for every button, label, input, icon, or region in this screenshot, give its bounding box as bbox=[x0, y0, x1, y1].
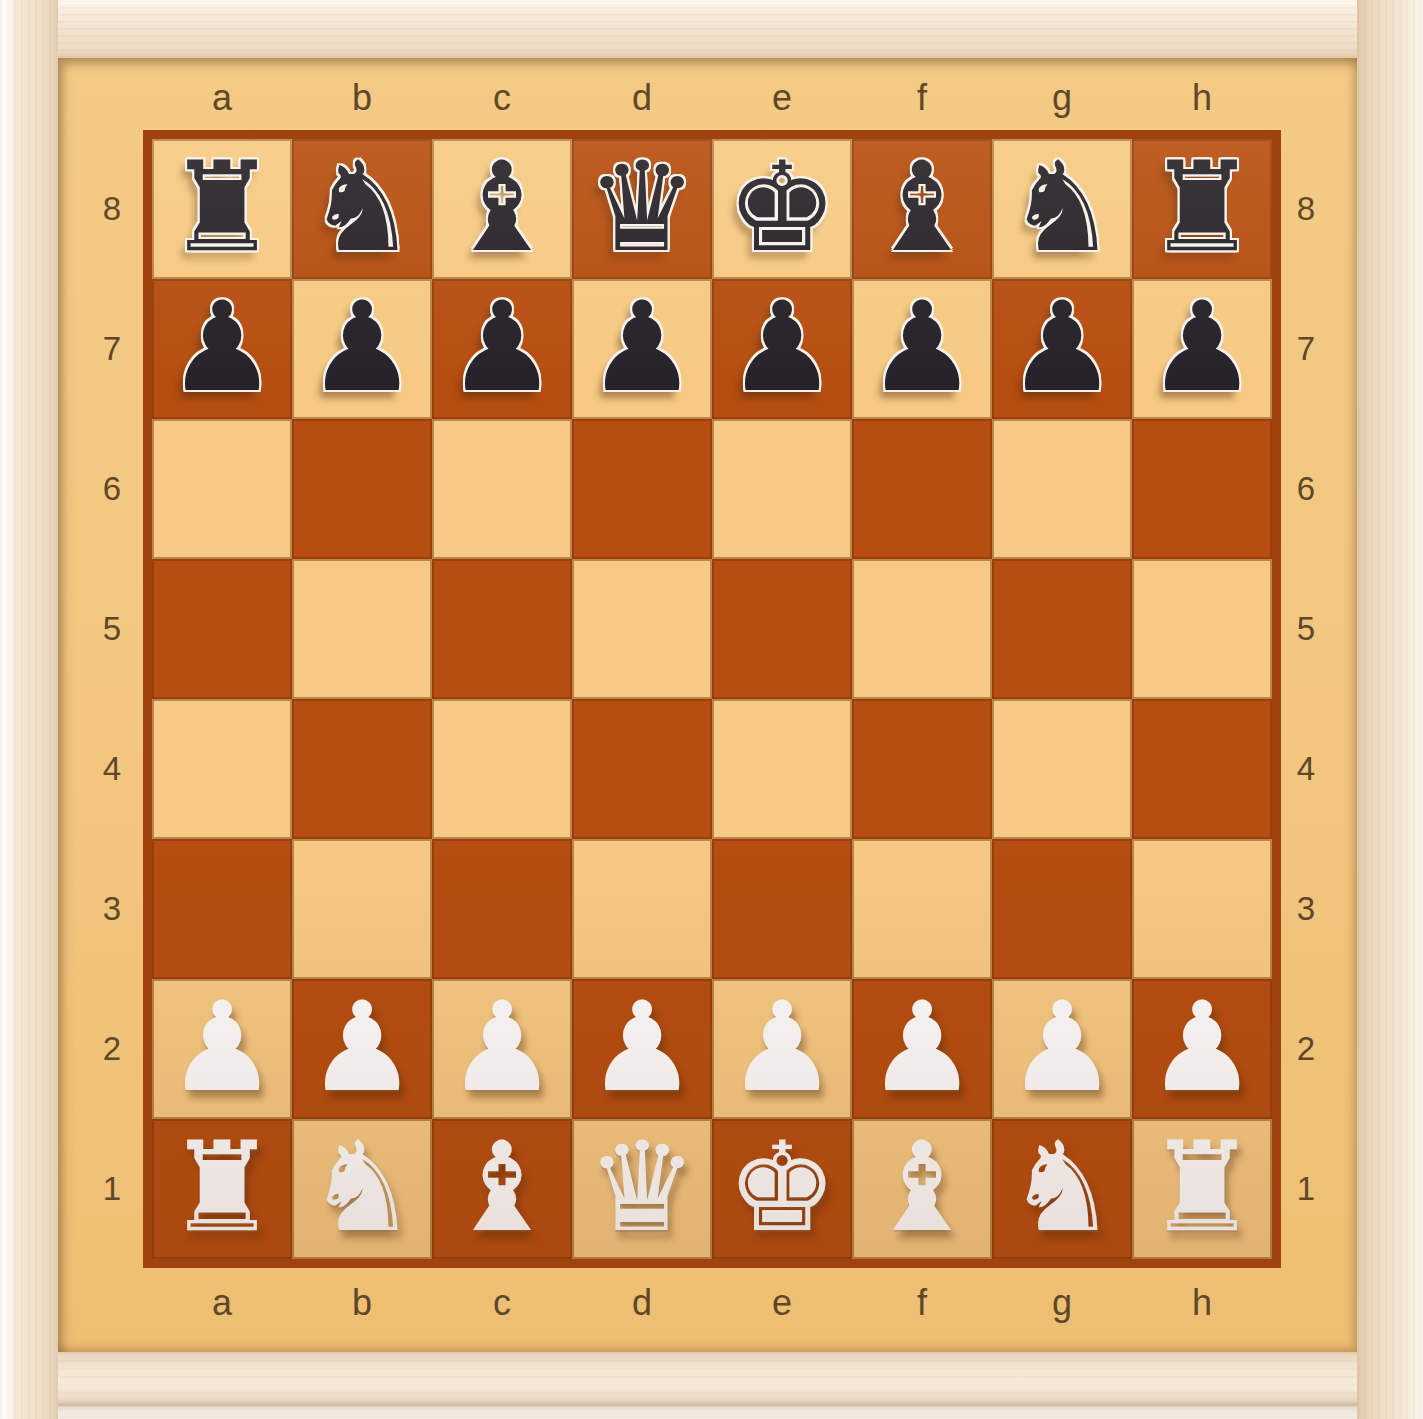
square-h7[interactable]: ♟ bbox=[1132, 279, 1272, 419]
file-labels-bottom: abcdefgh bbox=[152, 1281, 1272, 1325]
square-a7[interactable]: ♟ bbox=[152, 279, 292, 419]
rank-label-2: 2 bbox=[1284, 979, 1328, 1119]
black-bishop-f8[interactable]: ♝ bbox=[866, 145, 977, 269]
black-king-e8[interactable]: ♚ bbox=[726, 145, 837, 269]
file-label-c: c bbox=[432, 1281, 572, 1325]
black-pawn-g7[interactable]: ♟ bbox=[1006, 285, 1117, 409]
rank-labels-left: 87654321 bbox=[90, 139, 134, 1259]
rank-label-5: 5 bbox=[1284, 559, 1328, 699]
black-pawn-d7[interactable]: ♟ bbox=[586, 285, 697, 409]
square-c3[interactable] bbox=[432, 839, 572, 979]
square-e5[interactable] bbox=[712, 559, 852, 699]
square-b7[interactable]: ♟ bbox=[292, 279, 432, 419]
square-h8[interactable]: ♜ bbox=[1132, 139, 1272, 279]
square-d2[interactable]: ♟ bbox=[572, 979, 712, 1119]
black-pawn-f7[interactable]: ♟ bbox=[866, 285, 977, 409]
square-g2[interactable]: ♟ bbox=[992, 979, 1132, 1119]
black-queen-d8[interactable]: ♛ bbox=[586, 145, 697, 269]
square-g3[interactable] bbox=[992, 839, 1132, 979]
square-h5[interactable] bbox=[1132, 559, 1272, 699]
square-f6[interactable] bbox=[852, 419, 992, 559]
file-label-f: f bbox=[852, 1281, 992, 1325]
white-knight-b1[interactable]: ♞ bbox=[306, 1125, 417, 1249]
white-pawn-h2[interactable]: ♟ bbox=[1146, 985, 1257, 1109]
white-king-e1[interactable]: ♚ bbox=[726, 1125, 837, 1249]
rank-label-6: 6 bbox=[90, 419, 134, 559]
file-label-d: d bbox=[572, 1281, 712, 1325]
square-g6[interactable] bbox=[992, 419, 1132, 559]
black-pawn-a7[interactable]: ♟ bbox=[166, 285, 277, 409]
square-c8[interactable]: ♝ bbox=[432, 139, 572, 279]
rank-labels-right: 87654321 bbox=[1284, 139, 1328, 1259]
square-g5[interactable] bbox=[992, 559, 1132, 699]
square-f2[interactable]: ♟ bbox=[852, 979, 992, 1119]
square-c4[interactable] bbox=[432, 699, 572, 839]
file-label-h: h bbox=[1132, 76, 1272, 120]
rank-label-3: 3 bbox=[90, 839, 134, 979]
square-b2[interactable]: ♟ bbox=[292, 979, 432, 1119]
white-pawn-f2[interactable]: ♟ bbox=[866, 985, 977, 1109]
file-label-a: a bbox=[152, 1281, 292, 1325]
square-g4[interactable] bbox=[992, 699, 1132, 839]
file-label-a: a bbox=[152, 76, 292, 120]
rank-label-2: 2 bbox=[90, 979, 134, 1119]
black-rook-a8[interactable]: ♜ bbox=[166, 145, 277, 269]
white-pawn-a2[interactable]: ♟ bbox=[166, 985, 277, 1109]
wooden-frame-bottom bbox=[0, 1352, 1423, 1419]
square-b1[interactable]: ♞ bbox=[292, 1119, 432, 1259]
square-a8[interactable]: ♜ bbox=[152, 139, 292, 279]
rank-label-5: 5 bbox=[90, 559, 134, 699]
square-d3[interactable] bbox=[572, 839, 712, 979]
white-pawn-c2[interactable]: ♟ bbox=[446, 985, 557, 1109]
file-label-d: d bbox=[572, 76, 712, 120]
square-f7[interactable]: ♟ bbox=[852, 279, 992, 419]
rank-label-4: 4 bbox=[1284, 699, 1328, 839]
square-h4[interactable] bbox=[1132, 699, 1272, 839]
square-f8[interactable]: ♝ bbox=[852, 139, 992, 279]
square-d4[interactable] bbox=[572, 699, 712, 839]
white-pawn-b2[interactable]: ♟ bbox=[306, 985, 417, 1109]
black-pawn-h7[interactable]: ♟ bbox=[1146, 285, 1257, 409]
square-h2[interactable]: ♟ bbox=[1132, 979, 1272, 1119]
wooden-frame-right bbox=[1357, 0, 1423, 1419]
white-queen-d1[interactable]: ♛ bbox=[586, 1125, 697, 1249]
square-c2[interactable]: ♟ bbox=[432, 979, 572, 1119]
square-f5[interactable] bbox=[852, 559, 992, 699]
square-e6[interactable] bbox=[712, 419, 852, 559]
rank-label-7: 7 bbox=[90, 279, 134, 419]
white-bishop-c1[interactable]: ♝ bbox=[446, 1125, 557, 1249]
white-pawn-e2[interactable]: ♟ bbox=[726, 985, 837, 1109]
file-label-g: g bbox=[992, 76, 1132, 120]
demonstration-chess-board: abcdefgh abcdefgh 87654321 87654321 ♜♞♝♛… bbox=[0, 0, 1423, 1419]
rank-label-4: 4 bbox=[90, 699, 134, 839]
square-e2[interactable]: ♟ bbox=[712, 979, 852, 1119]
square-h1[interactable]: ♜ bbox=[1132, 1119, 1272, 1259]
file-label-f: f bbox=[852, 76, 992, 120]
square-d8[interactable]: ♛ bbox=[572, 139, 712, 279]
square-f3[interactable] bbox=[852, 839, 992, 979]
square-b5[interactable] bbox=[292, 559, 432, 699]
black-knight-g8[interactable]: ♞ bbox=[1006, 145, 1117, 269]
file-labels-top: abcdefgh bbox=[152, 76, 1272, 120]
chess-board-grid: ♜♞♝♛♚♝♞♜♟♟♟♟♟♟♟♟♟♟♟♟♟♟♟♟♜♞♝♛♚♝♞♜ bbox=[152, 139, 1272, 1259]
square-d5[interactable] bbox=[572, 559, 712, 699]
square-g8[interactable]: ♞ bbox=[992, 139, 1132, 279]
square-e3[interactable] bbox=[712, 839, 852, 979]
square-d7[interactable]: ♟ bbox=[572, 279, 712, 419]
square-c1[interactable]: ♝ bbox=[432, 1119, 572, 1259]
white-pawn-g2[interactable]: ♟ bbox=[1006, 985, 1117, 1109]
square-e8[interactable]: ♚ bbox=[712, 139, 852, 279]
rank-label-8: 8 bbox=[90, 139, 134, 279]
square-f1[interactable]: ♝ bbox=[852, 1119, 992, 1259]
rank-label-1: 1 bbox=[1284, 1119, 1328, 1259]
white-bishop-f1[interactable]: ♝ bbox=[866, 1125, 977, 1249]
square-g1[interactable]: ♞ bbox=[992, 1119, 1132, 1259]
square-h3[interactable] bbox=[1132, 839, 1272, 979]
square-a4[interactable] bbox=[152, 699, 292, 839]
file-label-e: e bbox=[712, 76, 852, 120]
black-pawn-c7[interactable]: ♟ bbox=[446, 285, 557, 409]
square-d6[interactable] bbox=[572, 419, 712, 559]
file-label-g: g bbox=[992, 1281, 1132, 1325]
square-b6[interactable] bbox=[292, 419, 432, 559]
square-c7[interactable]: ♟ bbox=[432, 279, 572, 419]
file-label-c: c bbox=[432, 76, 572, 120]
square-e4[interactable] bbox=[712, 699, 852, 839]
square-d1[interactable]: ♛ bbox=[572, 1119, 712, 1259]
square-h6[interactable] bbox=[1132, 419, 1272, 559]
wooden-frame-left bbox=[0, 0, 58, 1419]
chess-board: ♜♞♝♛♚♝♞♜♟♟♟♟♟♟♟♟♟♟♟♟♟♟♟♟♜♞♝♛♚♝♞♜ bbox=[143, 130, 1281, 1268]
white-knight-g1[interactable]: ♞ bbox=[1006, 1125, 1117, 1249]
square-e7[interactable]: ♟ bbox=[712, 279, 852, 419]
square-a6[interactable] bbox=[152, 419, 292, 559]
square-e1[interactable]: ♚ bbox=[712, 1119, 852, 1259]
rank-label-8: 8 bbox=[1284, 139, 1328, 279]
file-label-h: h bbox=[1132, 1281, 1272, 1325]
white-rook-h1[interactable]: ♜ bbox=[1146, 1125, 1257, 1249]
file-label-b: b bbox=[292, 1281, 432, 1325]
square-c6[interactable] bbox=[432, 419, 572, 559]
square-b8[interactable]: ♞ bbox=[292, 139, 432, 279]
rank-label-7: 7 bbox=[1284, 279, 1328, 419]
black-knight-b8[interactable]: ♞ bbox=[306, 145, 417, 269]
square-g7[interactable]: ♟ bbox=[992, 279, 1132, 419]
square-a3[interactable] bbox=[152, 839, 292, 979]
black-pawn-e7[interactable]: ♟ bbox=[726, 285, 837, 409]
black-rook-h8[interactable]: ♜ bbox=[1146, 145, 1257, 269]
square-b4[interactable] bbox=[292, 699, 432, 839]
square-c5[interactable] bbox=[432, 559, 572, 699]
rank-label-1: 1 bbox=[90, 1119, 134, 1259]
file-label-e: e bbox=[712, 1281, 852, 1325]
rank-label-3: 3 bbox=[1284, 839, 1328, 979]
square-b3[interactable] bbox=[292, 839, 432, 979]
square-f4[interactable] bbox=[852, 699, 992, 839]
white-rook-a1[interactable]: ♜ bbox=[166, 1125, 277, 1249]
black-pawn-b7[interactable]: ♟ bbox=[306, 285, 417, 409]
white-pawn-d2[interactable]: ♟ bbox=[586, 985, 697, 1109]
file-label-b: b bbox=[292, 76, 432, 120]
square-a5[interactable] bbox=[152, 559, 292, 699]
square-a1[interactable]: ♜ bbox=[152, 1119, 292, 1259]
square-a2[interactable]: ♟ bbox=[152, 979, 292, 1119]
rank-label-6: 6 bbox=[1284, 419, 1328, 559]
black-bishop-c8[interactable]: ♝ bbox=[446, 145, 557, 269]
wooden-frame-top bbox=[0, 0, 1423, 58]
